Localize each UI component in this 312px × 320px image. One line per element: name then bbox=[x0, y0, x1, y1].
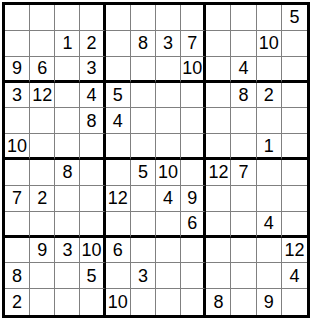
cell-r7c2[interactable] bbox=[30, 160, 55, 186]
cell-r3c7[interactable] bbox=[156, 57, 181, 83]
cell-r11c5[interactable] bbox=[106, 263, 131, 289]
cell-r3c1[interactable]: 9 bbox=[5, 57, 30, 83]
cell-r1c10[interactable] bbox=[231, 5, 256, 31]
cell-r8c5[interactable]: 12 bbox=[106, 186, 131, 212]
cell-r12c11[interactable]: 9 bbox=[257, 289, 282, 315]
cell-r2c6[interactable]: 8 bbox=[131, 31, 156, 57]
cell-r8c1[interactable]: 7 bbox=[5, 186, 30, 212]
cell-r10c9[interactable] bbox=[206, 238, 231, 264]
cell-r6c8[interactable] bbox=[181, 134, 206, 160]
cell-r6c11[interactable]: 1 bbox=[257, 134, 282, 160]
cell-r5c8[interactable] bbox=[181, 108, 206, 134]
cell-r2c10[interactable] bbox=[231, 31, 256, 57]
cell-r1c11[interactable] bbox=[257, 5, 282, 31]
cell-r3c5[interactable] bbox=[106, 57, 131, 83]
cell-r4c12[interactable] bbox=[282, 83, 307, 109]
cell-r1c8[interactable] bbox=[181, 5, 206, 31]
cell-r3c12[interactable] bbox=[282, 57, 307, 83]
cell-r10c5[interactable]: 6 bbox=[106, 238, 131, 264]
cell-r12c4[interactable] bbox=[80, 289, 105, 315]
cell-r5c12[interactable] bbox=[282, 108, 307, 134]
cell-r2c3[interactable]: 1 bbox=[55, 31, 80, 57]
cell-r7c11[interactable] bbox=[257, 160, 282, 186]
cell-r3c11[interactable] bbox=[257, 57, 282, 83]
cell-r10c4[interactable]: 10 bbox=[80, 238, 105, 264]
cell-r6c1[interactable]: 10 bbox=[5, 134, 30, 160]
cell-r6c7[interactable] bbox=[156, 134, 181, 160]
cell-r8c12[interactable] bbox=[282, 186, 307, 212]
cell-r10c6[interactable] bbox=[131, 238, 156, 264]
cell-r2c5[interactable] bbox=[106, 31, 131, 57]
cell-r9c3[interactable] bbox=[55, 212, 80, 238]
cell-r12c7[interactable] bbox=[156, 289, 181, 315]
cell-r4c9[interactable] bbox=[206, 83, 231, 109]
cell-r7c6[interactable]: 5 bbox=[131, 160, 156, 186]
cell-r6c4[interactable] bbox=[80, 134, 105, 160]
cell-r11c3[interactable] bbox=[55, 263, 80, 289]
cell-r1c2[interactable] bbox=[30, 5, 55, 31]
cell-r8c4[interactable] bbox=[80, 186, 105, 212]
cell-r11c8[interactable] bbox=[181, 263, 206, 289]
cell-r5c5[interactable]: 4 bbox=[106, 108, 131, 134]
cell-r2c8[interactable]: 7 bbox=[181, 31, 206, 57]
cell-r11c9[interactable] bbox=[206, 263, 231, 289]
cell-r11c11[interactable] bbox=[257, 263, 282, 289]
cell-r11c6[interactable]: 3 bbox=[131, 263, 156, 289]
cell-r8c10[interactable] bbox=[231, 186, 256, 212]
cell-r8c3[interactable] bbox=[55, 186, 80, 212]
cell-r11c7[interactable] bbox=[156, 263, 181, 289]
cell-r8c7[interactable]: 4 bbox=[156, 186, 181, 212]
cell-r5c4[interactable]: 8 bbox=[80, 108, 105, 134]
cell-r9c7[interactable] bbox=[156, 212, 181, 238]
cell-r9c12[interactable] bbox=[282, 212, 307, 238]
cell-r6c5[interactable] bbox=[106, 134, 131, 160]
cell-r9c10[interactable] bbox=[231, 212, 256, 238]
cell-r1c1[interactable] bbox=[5, 5, 30, 31]
cell-r6c2[interactable] bbox=[30, 134, 55, 160]
cell-r12c12[interactable] bbox=[282, 289, 307, 315]
cell-r12c10[interactable] bbox=[231, 289, 256, 315]
cell-r3c6[interactable] bbox=[131, 57, 156, 83]
cell-r6c12[interactable] bbox=[282, 134, 307, 160]
cell-r2c9[interactable] bbox=[206, 31, 231, 57]
cell-r12c5[interactable]: 10 bbox=[106, 289, 131, 315]
cell-r5c9[interactable] bbox=[206, 108, 231, 134]
cell-r2c12[interactable] bbox=[282, 31, 307, 57]
cell-r10c11[interactable] bbox=[257, 238, 282, 264]
cell-r4c2[interactable]: 12 bbox=[30, 83, 55, 109]
cell-r11c1[interactable]: 8 bbox=[5, 263, 30, 289]
puzzle-page: 5128371096310431245828410185101277212496… bbox=[0, 0, 312, 320]
cell-r8c9[interactable] bbox=[206, 186, 231, 212]
cell-r9c4[interactable] bbox=[80, 212, 105, 238]
cell-r7c9[interactable]: 12 bbox=[206, 160, 231, 186]
cell-r8c6[interactable] bbox=[131, 186, 156, 212]
cell-r5c7[interactable] bbox=[156, 108, 181, 134]
cell-r5c2[interactable] bbox=[30, 108, 55, 134]
cell-r9c8[interactable]: 6 bbox=[181, 212, 206, 238]
cell-r9c9[interactable] bbox=[206, 212, 231, 238]
cell-r2c2[interactable] bbox=[30, 31, 55, 57]
cell-r9c2[interactable] bbox=[30, 212, 55, 238]
cell-r10c7[interactable] bbox=[156, 238, 181, 264]
cell-r12c9[interactable]: 8 bbox=[206, 289, 231, 315]
cell-r6c9[interactable] bbox=[206, 134, 231, 160]
cell-r11c4[interactable]: 5 bbox=[80, 263, 105, 289]
cell-r1c3[interactable] bbox=[55, 5, 80, 31]
cell-r7c1[interactable] bbox=[5, 160, 30, 186]
cell-r10c1[interactable] bbox=[5, 238, 30, 264]
cell-r12c8[interactable] bbox=[181, 289, 206, 315]
cell-r10c3[interactable]: 3 bbox=[55, 238, 80, 264]
cell-r10c2[interactable]: 9 bbox=[30, 238, 55, 264]
cell-r3c10[interactable]: 4 bbox=[231, 57, 256, 83]
cell-r1c12[interactable]: 5 bbox=[282, 5, 307, 31]
cell-r7c12[interactable] bbox=[282, 160, 307, 186]
cell-r9c5[interactable] bbox=[106, 212, 131, 238]
cell-r3c2[interactable]: 6 bbox=[30, 57, 55, 83]
cell-r7c5[interactable] bbox=[106, 160, 131, 186]
cell-r2c1[interactable] bbox=[5, 31, 30, 57]
cell-r4c11[interactable]: 2 bbox=[257, 83, 282, 109]
cell-r4c3[interactable] bbox=[55, 83, 80, 109]
cell-r11c12[interactable]: 4 bbox=[282, 263, 307, 289]
cell-r1c9[interactable] bbox=[206, 5, 231, 31]
cell-r12c6[interactable] bbox=[131, 289, 156, 315]
cell-r1c7[interactable] bbox=[156, 5, 181, 31]
cell-r8c8[interactable]: 9 bbox=[181, 186, 206, 212]
cell-r5c10[interactable] bbox=[231, 108, 256, 134]
cell-r5c11[interactable] bbox=[257, 108, 282, 134]
cell-r3c9[interactable] bbox=[206, 57, 231, 83]
cell-r7c7[interactable]: 10 bbox=[156, 160, 181, 186]
cell-r9c6[interactable] bbox=[131, 212, 156, 238]
cell-r10c10[interactable] bbox=[231, 238, 256, 264]
cell-r12c2[interactable] bbox=[30, 289, 55, 315]
cell-r6c6[interactable] bbox=[131, 134, 156, 160]
cell-r5c1[interactable] bbox=[5, 108, 30, 134]
cell-r7c4[interactable] bbox=[80, 160, 105, 186]
cell-r1c4[interactable] bbox=[80, 5, 105, 31]
cell-r12c3[interactable] bbox=[55, 289, 80, 315]
cell-r8c2[interactable]: 2 bbox=[30, 186, 55, 212]
cell-r3c4[interactable]: 3 bbox=[80, 57, 105, 83]
cell-r7c10[interactable]: 7 bbox=[231, 160, 256, 186]
cell-r6c10[interactable] bbox=[231, 134, 256, 160]
sudoku-board: 5128371096310431245828410185101277212496… bbox=[2, 2, 310, 318]
cell-r2c11[interactable]: 10 bbox=[257, 31, 282, 57]
cell-r4c5[interactable]: 5 bbox=[106, 83, 131, 109]
cell-r2c4[interactable]: 2 bbox=[80, 31, 105, 57]
cell-r3c3[interactable] bbox=[55, 57, 80, 83]
cell-r9c1[interactable] bbox=[5, 212, 30, 238]
cell-r9c11[interactable]: 4 bbox=[257, 212, 282, 238]
cell-r4c10[interactable]: 8 bbox=[231, 83, 256, 109]
cell-r4c4[interactable]: 4 bbox=[80, 83, 105, 109]
cell-r7c3[interactable]: 8 bbox=[55, 160, 80, 186]
cell-r3c8[interactable]: 10 bbox=[181, 57, 206, 83]
cell-r5c6[interactable] bbox=[131, 108, 156, 134]
cell-r11c10[interactable] bbox=[231, 263, 256, 289]
cell-r1c5[interactable] bbox=[106, 5, 131, 31]
cell-r10c12[interactable]: 12 bbox=[282, 238, 307, 264]
cell-r4c8[interactable] bbox=[181, 83, 206, 109]
cell-r1c6[interactable] bbox=[131, 5, 156, 31]
cell-r4c6[interactable] bbox=[131, 83, 156, 109]
cell-r8c11[interactable] bbox=[257, 186, 282, 212]
cell-r5c3[interactable] bbox=[55, 108, 80, 134]
cell-r4c7[interactable] bbox=[156, 83, 181, 109]
cell-r10c8[interactable] bbox=[181, 238, 206, 264]
cell-r2c7[interactable]: 3 bbox=[156, 31, 181, 57]
cell-r7c8[interactable] bbox=[181, 160, 206, 186]
cell-r4c1[interactable]: 3 bbox=[5, 83, 30, 109]
cell-r12c1[interactable]: 2 bbox=[5, 289, 30, 315]
cell-r11c2[interactable] bbox=[30, 263, 55, 289]
cell-r6c3[interactable] bbox=[55, 134, 80, 160]
